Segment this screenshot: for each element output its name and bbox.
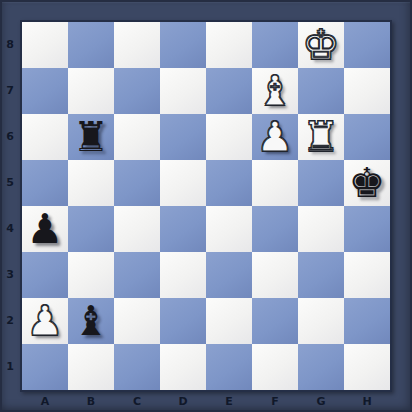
square-d3[interactable] <box>160 252 206 298</box>
file-labels: ABCDEFGH <box>22 392 390 412</box>
square-c5[interactable] <box>114 160 160 206</box>
square-a3[interactable] <box>22 252 68 298</box>
square-f7[interactable]: ♝ <box>252 68 298 114</box>
file-label-c: C <box>114 392 160 412</box>
square-f2[interactable] <box>252 298 298 344</box>
file-label-h: H <box>344 392 390 412</box>
square-c4[interactable] <box>114 206 160 252</box>
square-f3[interactable] <box>252 252 298 298</box>
square-d7[interactable] <box>160 68 206 114</box>
file-label-f: F <box>252 392 298 412</box>
file-label-g: G <box>298 392 344 412</box>
square-a2[interactable]: ♟ <box>22 298 68 344</box>
square-d4[interactable] <box>160 206 206 252</box>
rank-label-8: 8 <box>0 22 20 68</box>
square-h8[interactable] <box>344 22 390 68</box>
square-h3[interactable] <box>344 252 390 298</box>
square-f6[interactable]: ♟ <box>252 114 298 160</box>
file-label-a: A <box>22 392 68 412</box>
square-c1[interactable] <box>114 344 160 390</box>
square-c7[interactable] <box>114 68 160 114</box>
square-c3[interactable] <box>114 252 160 298</box>
square-g2[interactable] <box>298 298 344 344</box>
white-pawn[interactable]: ♟ <box>22 298 68 344</box>
square-b4[interactable] <box>68 206 114 252</box>
square-g4[interactable] <box>298 206 344 252</box>
square-h4[interactable] <box>344 206 390 252</box>
white-pawn[interactable]: ♟ <box>252 114 298 160</box>
square-b6[interactable]: ♜ <box>68 114 114 160</box>
white-rook[interactable]: ♜ <box>298 114 344 160</box>
square-g7[interactable] <box>298 68 344 114</box>
square-h5[interactable]: ♚ <box>344 160 390 206</box>
rank-labels: 87654321 <box>0 22 20 390</box>
square-f8[interactable] <box>252 22 298 68</box>
square-e6[interactable] <box>206 114 252 160</box>
square-b2[interactable]: ♝ <box>68 298 114 344</box>
black-rook[interactable]: ♜ <box>68 114 114 160</box>
square-h7[interactable] <box>344 68 390 114</box>
square-c8[interactable] <box>114 22 160 68</box>
square-e7[interactable] <box>206 68 252 114</box>
square-a7[interactable] <box>22 68 68 114</box>
file-label-d: D <box>160 392 206 412</box>
square-d1[interactable] <box>160 344 206 390</box>
white-bishop[interactable]: ♝ <box>252 68 298 114</box>
file-label-e: E <box>206 392 252 412</box>
black-king[interactable]: ♚ <box>344 160 390 206</box>
square-g6[interactable]: ♜ <box>298 114 344 160</box>
rank-label-3: 3 <box>0 252 20 298</box>
square-b8[interactable] <box>68 22 114 68</box>
square-e4[interactable] <box>206 206 252 252</box>
chess-diagram: ♚♝♜♟♜♚♟♟♝ 87654321 ABCDEFGH <box>0 0 412 412</box>
square-c6[interactable] <box>114 114 160 160</box>
square-b5[interactable] <box>68 160 114 206</box>
rank-label-5: 5 <box>0 160 20 206</box>
square-a5[interactable] <box>22 160 68 206</box>
square-c2[interactable] <box>114 298 160 344</box>
square-e8[interactable] <box>206 22 252 68</box>
white-king[interactable]: ♚ <box>298 22 344 68</box>
square-f1[interactable] <box>252 344 298 390</box>
square-g3[interactable] <box>298 252 344 298</box>
square-b7[interactable] <box>68 68 114 114</box>
square-d5[interactable] <box>160 160 206 206</box>
file-label-b: B <box>68 392 114 412</box>
square-b1[interactable] <box>68 344 114 390</box>
square-e3[interactable] <box>206 252 252 298</box>
rank-label-6: 6 <box>0 114 20 160</box>
square-g5[interactable] <box>298 160 344 206</box>
square-b3[interactable] <box>68 252 114 298</box>
rank-label-1: 1 <box>0 344 20 390</box>
square-f4[interactable] <box>252 206 298 252</box>
square-d6[interactable] <box>160 114 206 160</box>
rank-label-2: 2 <box>0 298 20 344</box>
square-f5[interactable] <box>252 160 298 206</box>
square-d8[interactable] <box>160 22 206 68</box>
rank-label-7: 7 <box>0 68 20 114</box>
square-a6[interactable] <box>22 114 68 160</box>
square-e2[interactable] <box>206 298 252 344</box>
square-a1[interactable] <box>22 344 68 390</box>
square-g1[interactable] <box>298 344 344 390</box>
square-g8[interactable]: ♚ <box>298 22 344 68</box>
chess-board: ♚♝♜♟♜♚♟♟♝ <box>20 20 392 392</box>
square-d2[interactable] <box>160 298 206 344</box>
black-bishop[interactable]: ♝ <box>68 298 114 344</box>
black-pawn[interactable]: ♟ <box>22 206 68 252</box>
square-h6[interactable] <box>344 114 390 160</box>
square-e5[interactable] <box>206 160 252 206</box>
square-a4[interactable]: ♟ <box>22 206 68 252</box>
square-a8[interactable] <box>22 22 68 68</box>
square-e1[interactable] <box>206 344 252 390</box>
square-h1[interactable] <box>344 344 390 390</box>
square-h2[interactable] <box>344 298 390 344</box>
rank-label-4: 4 <box>0 206 20 252</box>
